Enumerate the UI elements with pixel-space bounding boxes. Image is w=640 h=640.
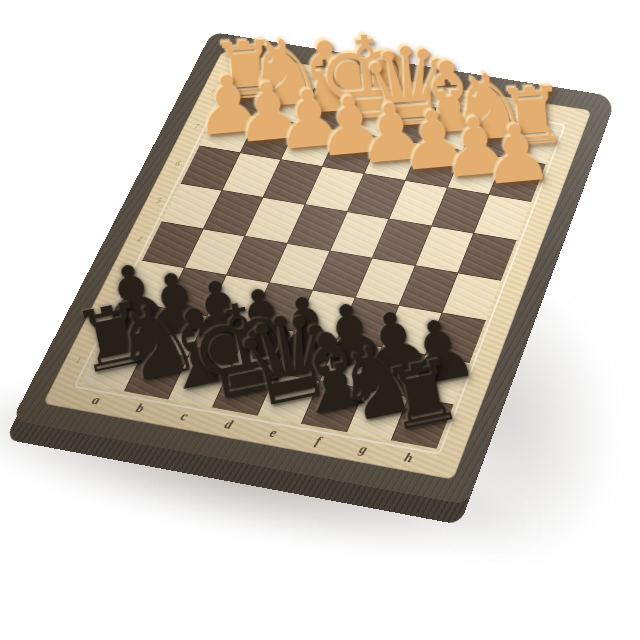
chess-set-photo: aabbccddeeffgghh87654321 ♜♞♝♚♛♝♞♜♟♟♟♟♟♟♟… — [0, 0, 640, 640]
piece-wP-h7: ♟ — [479, 112, 556, 197]
piece-bR-h1: ♜ — [377, 346, 469, 445]
